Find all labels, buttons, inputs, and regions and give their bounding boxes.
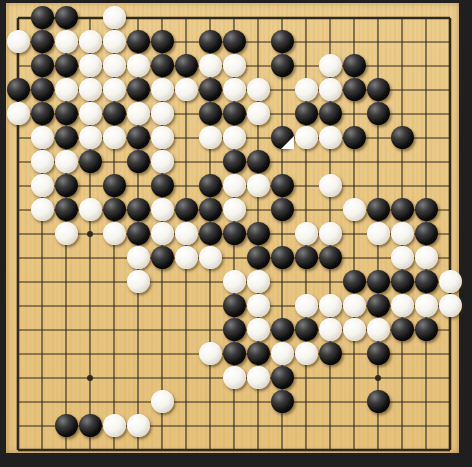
- black-stone: [391, 198, 414, 221]
- black-stone: [343, 78, 366, 101]
- white-stone: [151, 222, 174, 245]
- black-stone: [103, 102, 126, 125]
- white-stone: [319, 222, 342, 245]
- black-stone: [271, 30, 294, 53]
- white-stone: [31, 126, 54, 149]
- black-stone: [31, 30, 54, 53]
- black-stone: [367, 294, 390, 317]
- white-stone: [271, 342, 294, 365]
- white-stone: [391, 294, 414, 317]
- white-stone: [295, 342, 318, 365]
- white-stone: [151, 150, 174, 173]
- white-stone: [79, 198, 102, 221]
- white-stone: [79, 30, 102, 53]
- white-stone: [391, 222, 414, 245]
- white-stone: [151, 78, 174, 101]
- white-stone: [79, 54, 102, 77]
- black-stone: [55, 102, 78, 125]
- black-stone: [247, 246, 270, 269]
- white-stone: [295, 222, 318, 245]
- black-stone: [271, 198, 294, 221]
- white-stone: [223, 54, 246, 77]
- black-stone: [127, 126, 150, 149]
- black-stone: [31, 102, 54, 125]
- white-stone: [439, 270, 462, 293]
- black-stone: [295, 102, 318, 125]
- black-stone: [79, 414, 102, 437]
- white-stone: [127, 414, 150, 437]
- white-stone: [223, 366, 246, 389]
- white-stone: [103, 78, 126, 101]
- star-point: [87, 231, 93, 237]
- black-stone: [103, 198, 126, 221]
- black-stone: [391, 318, 414, 341]
- black-stone: [415, 198, 438, 221]
- black-stone: [295, 318, 318, 341]
- black-stone: [223, 150, 246, 173]
- white-stone: [151, 390, 174, 413]
- white-stone: [295, 294, 318, 317]
- star-point: [375, 375, 381, 381]
- white-stone: [103, 30, 126, 53]
- black-stone: [199, 198, 222, 221]
- black-stone: [127, 198, 150, 221]
- white-stone: [295, 78, 318, 101]
- black-stone: [31, 54, 54, 77]
- white-stone: [247, 366, 270, 389]
- white-stone: [79, 126, 102, 149]
- white-stone: [223, 198, 246, 221]
- white-stone: [31, 174, 54, 197]
- white-stone: [175, 222, 198, 245]
- black-stone: [175, 54, 198, 77]
- black-stone: [415, 270, 438, 293]
- black-stone: [55, 174, 78, 197]
- white-stone: [223, 126, 246, 149]
- white-stone: [319, 294, 342, 317]
- black-stone: [151, 246, 174, 269]
- white-stone: [127, 270, 150, 293]
- black-stone: [367, 78, 390, 101]
- black-stone: [199, 174, 222, 197]
- white-stone: [319, 318, 342, 341]
- black-stone: [271, 126, 294, 149]
- black-stone: [415, 222, 438, 245]
- black-stone: [319, 246, 342, 269]
- black-stone: [127, 222, 150, 245]
- black-stone: [295, 246, 318, 269]
- white-stone: [319, 126, 342, 149]
- white-stone: [367, 222, 390, 245]
- black-stone: [343, 54, 366, 77]
- black-stone: [391, 126, 414, 149]
- black-stone: [55, 126, 78, 149]
- black-stone: [199, 222, 222, 245]
- white-stone: [127, 246, 150, 269]
- white-stone: [151, 102, 174, 125]
- black-stone: [151, 30, 174, 53]
- white-stone: [55, 30, 78, 53]
- white-stone: [247, 78, 270, 101]
- black-stone: [223, 342, 246, 365]
- white-stone: [367, 318, 390, 341]
- black-stone: [247, 222, 270, 245]
- black-stone: [367, 102, 390, 125]
- white-stone: [103, 126, 126, 149]
- black-stone: [127, 150, 150, 173]
- black-stone: [415, 318, 438, 341]
- white-stone: [223, 270, 246, 293]
- white-stone: [127, 54, 150, 77]
- black-stone: [223, 30, 246, 53]
- black-stone: [31, 6, 54, 29]
- white-stone: [103, 414, 126, 437]
- white-stone: [7, 102, 30, 125]
- white-stone: [199, 246, 222, 269]
- white-stone: [31, 198, 54, 221]
- go-board[interactable]: [6, 3, 459, 453]
- black-stone: [319, 342, 342, 365]
- white-stone: [319, 54, 342, 77]
- white-stone: [319, 78, 342, 101]
- white-stone: [439, 294, 462, 317]
- black-stone: [247, 342, 270, 365]
- black-stone: [247, 150, 270, 173]
- white-stone: [319, 174, 342, 197]
- black-stone: [31, 78, 54, 101]
- black-stone: [319, 102, 342, 125]
- white-stone: [343, 318, 366, 341]
- black-stone: [367, 198, 390, 221]
- black-stone: [199, 78, 222, 101]
- white-stone: [175, 246, 198, 269]
- white-stone: [199, 126, 222, 149]
- white-stone: [55, 222, 78, 245]
- black-stone: [55, 198, 78, 221]
- white-stone: [55, 150, 78, 173]
- black-stone: [271, 390, 294, 413]
- black-stone: [223, 294, 246, 317]
- black-stone: [367, 342, 390, 365]
- black-stone: [175, 198, 198, 221]
- last-move-triangle-marker: [281, 136, 294, 149]
- white-stone: [31, 150, 54, 173]
- black-stone: [7, 78, 30, 101]
- white-stone: [415, 246, 438, 269]
- white-stone: [175, 78, 198, 101]
- white-stone: [103, 6, 126, 29]
- white-stone: [295, 126, 318, 149]
- white-stone: [199, 54, 222, 77]
- black-stone: [367, 390, 390, 413]
- white-stone: [247, 270, 270, 293]
- white-stone: [151, 126, 174, 149]
- black-stone: [151, 54, 174, 77]
- black-stone: [199, 30, 222, 53]
- black-stone: [127, 30, 150, 53]
- black-stone: [55, 414, 78, 437]
- white-stone: [151, 198, 174, 221]
- black-stone: [271, 174, 294, 197]
- white-stone: [55, 78, 78, 101]
- white-stone: [103, 54, 126, 77]
- white-stone: [199, 342, 222, 365]
- black-stone: [151, 174, 174, 197]
- white-stone: [247, 174, 270, 197]
- star-point: [87, 375, 93, 381]
- black-stone: [223, 102, 246, 125]
- white-stone: [223, 174, 246, 197]
- black-stone: [223, 318, 246, 341]
- black-stone: [103, 174, 126, 197]
- white-stone: [247, 102, 270, 125]
- screenshot-frame: [0, 0, 472, 467]
- black-stone: [271, 366, 294, 389]
- white-stone: [79, 102, 102, 125]
- white-stone: [247, 294, 270, 317]
- white-stone: [343, 198, 366, 221]
- white-stone: [223, 78, 246, 101]
- black-stone: [271, 318, 294, 341]
- black-stone: [199, 102, 222, 125]
- black-stone: [271, 246, 294, 269]
- black-stone: [127, 78, 150, 101]
- black-stone: [343, 126, 366, 149]
- white-stone: [103, 222, 126, 245]
- white-stone: [247, 318, 270, 341]
- black-stone: [343, 270, 366, 293]
- white-stone: [343, 294, 366, 317]
- black-stone: [367, 270, 390, 293]
- white-stone: [391, 246, 414, 269]
- black-stone: [55, 6, 78, 29]
- black-stone: [223, 222, 246, 245]
- black-stone: [79, 150, 102, 173]
- black-stone: [391, 270, 414, 293]
- white-stone: [415, 294, 438, 317]
- black-stone: [55, 54, 78, 77]
- white-stone: [127, 102, 150, 125]
- black-stone: [271, 54, 294, 77]
- white-stone: [7, 30, 30, 53]
- white-stone: [79, 78, 102, 101]
